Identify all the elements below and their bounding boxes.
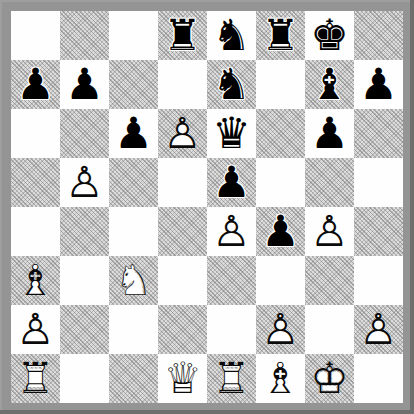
piece-outline-layer: ♙	[354, 305, 403, 354]
piece-outline-layer: ♗	[11, 256, 60, 305]
square-h6[interactable]	[354, 109, 403, 158]
piece-white-bishop: ♝♗	[256, 354, 305, 403]
square-f3[interactable]	[256, 256, 305, 305]
piece-white-rook: ♜♖	[207, 354, 256, 403]
square-g1[interactable]: ♚♔	[305, 354, 354, 403]
square-a1[interactable]: ♜♖	[11, 354, 60, 403]
square-a3[interactable]: ♝♗	[11, 256, 60, 305]
square-b2[interactable]	[60, 305, 109, 354]
piece-black-bishop: ♝	[305, 60, 354, 109]
square-a4[interactable]	[11, 207, 60, 256]
piece-fill-layer: ♟	[60, 158, 109, 207]
square-b5[interactable]: ♟♙	[60, 158, 109, 207]
piece-fill-layer: ♟	[354, 305, 403, 354]
piece-black-pawn: ♟	[256, 207, 305, 256]
square-e1[interactable]: ♜♖	[207, 354, 256, 403]
square-f2[interactable]: ♟♙	[256, 305, 305, 354]
square-c4[interactable]	[109, 207, 158, 256]
piece-black-knight: ♞	[207, 11, 256, 60]
square-h2[interactable]: ♟♙	[354, 305, 403, 354]
piece-black-knight: ♞	[207, 60, 256, 109]
square-g5[interactable]	[305, 158, 354, 207]
square-g4[interactable]: ♟♙	[305, 207, 354, 256]
piece-fill-layer: ♜	[207, 354, 256, 403]
square-c7[interactable]	[109, 60, 158, 109]
square-a2[interactable]: ♟♙	[11, 305, 60, 354]
square-b8[interactable]	[60, 11, 109, 60]
square-d4[interactable]	[158, 207, 207, 256]
piece-white-queen: ♛♕	[158, 354, 207, 403]
board-frame: ♜♞♜♚♟♟♞♝♟♟♟♙♛♟♟♙♟♟♙♟♟♙♝♗♞♘♟♙♟♙♟♙♜♖♛♕♜♖♝♗…	[0, 0, 414, 414]
chess-board: ♜♞♜♚♟♟♞♝♟♟♟♙♛♟♟♙♟♟♙♟♟♙♝♗♞♘♟♙♟♙♟♙♜♖♛♕♜♖♝♗…	[11, 11, 403, 403]
piece-white-pawn: ♟♙	[305, 207, 354, 256]
piece-outline-layer: ♔	[305, 354, 354, 403]
square-b1[interactable]	[60, 354, 109, 403]
piece-white-pawn: ♟♙	[158, 109, 207, 158]
piece-fill-layer: ♟	[256, 305, 305, 354]
square-h8[interactable]	[354, 11, 403, 60]
square-f7[interactable]	[256, 60, 305, 109]
piece-black-rook: ♜	[158, 11, 207, 60]
piece-black-king: ♚	[305, 11, 354, 60]
piece-fill-layer: ♟	[305, 207, 354, 256]
square-b7[interactable]: ♟	[60, 60, 109, 109]
square-e6[interactable]: ♛	[207, 109, 256, 158]
piece-white-pawn: ♟♙	[207, 207, 256, 256]
square-d2[interactable]	[158, 305, 207, 354]
square-f4[interactable]: ♟	[256, 207, 305, 256]
square-d3[interactable]	[158, 256, 207, 305]
piece-white-pawn: ♟♙	[354, 305, 403, 354]
square-b4[interactable]	[60, 207, 109, 256]
square-a6[interactable]	[11, 109, 60, 158]
square-c3[interactable]: ♞♘	[109, 256, 158, 305]
square-e2[interactable]	[207, 305, 256, 354]
square-d1[interactable]: ♛♕	[158, 354, 207, 403]
piece-outline-layer: ♖	[207, 354, 256, 403]
piece-outline-layer: ♙	[11, 305, 60, 354]
square-f8[interactable]: ♜	[256, 11, 305, 60]
piece-black-pawn: ♟	[207, 158, 256, 207]
square-c6[interactable]: ♟	[109, 109, 158, 158]
square-e7[interactable]: ♞	[207, 60, 256, 109]
piece-outline-layer: ♙	[60, 158, 109, 207]
square-g8[interactable]: ♚	[305, 11, 354, 60]
piece-outline-layer: ♕	[158, 354, 207, 403]
piece-outline-layer: ♙	[256, 305, 305, 354]
square-b3[interactable]	[60, 256, 109, 305]
piece-outline-layer: ♙	[305, 207, 354, 256]
piece-black-pawn: ♟	[60, 60, 109, 109]
square-g6[interactable]: ♟	[305, 109, 354, 158]
square-g7[interactable]: ♝	[305, 60, 354, 109]
piece-black-pawn: ♟	[11, 60, 60, 109]
square-e8[interactable]: ♞	[207, 11, 256, 60]
piece-fill-layer: ♛	[158, 354, 207, 403]
piece-black-pawn: ♟	[305, 109, 354, 158]
square-a8[interactable]	[11, 11, 60, 60]
piece-white-pawn: ♟♙	[11, 305, 60, 354]
piece-outline-layer: ♘	[109, 256, 158, 305]
square-g2[interactable]	[305, 305, 354, 354]
piece-black-pawn: ♟	[354, 60, 403, 109]
square-h5[interactable]	[354, 158, 403, 207]
square-e3[interactable]	[207, 256, 256, 305]
square-d5[interactable]	[158, 158, 207, 207]
square-a5[interactable]	[11, 158, 60, 207]
piece-white-rook: ♜♖	[11, 354, 60, 403]
square-h4[interactable]	[354, 207, 403, 256]
square-h7[interactable]: ♟	[354, 60, 403, 109]
piece-outline-layer: ♙	[158, 109, 207, 158]
piece-white-pawn: ♟♙	[60, 158, 109, 207]
piece-fill-layer: ♜	[11, 354, 60, 403]
square-c8[interactable]	[109, 11, 158, 60]
piece-black-rook: ♜	[256, 11, 305, 60]
piece-white-bishop: ♝♗	[11, 256, 60, 305]
square-c1[interactable]	[109, 354, 158, 403]
piece-fill-layer: ♝	[11, 256, 60, 305]
square-d7[interactable]	[158, 60, 207, 109]
square-h1[interactable]	[354, 354, 403, 403]
piece-white-knight: ♞♘	[109, 256, 158, 305]
piece-fill-layer: ♟	[207, 207, 256, 256]
square-a7[interactable]: ♟	[11, 60, 60, 109]
piece-black-queen: ♛	[207, 109, 256, 158]
square-f1[interactable]: ♝♗	[256, 354, 305, 403]
piece-outline-layer: ♗	[256, 354, 305, 403]
piece-white-pawn: ♟♙	[256, 305, 305, 354]
piece-fill-layer: ♝	[256, 354, 305, 403]
square-c2[interactable]	[109, 305, 158, 354]
piece-fill-layer: ♟	[11, 305, 60, 354]
piece-fill-layer: ♞	[109, 256, 158, 305]
square-b6[interactable]	[60, 109, 109, 158]
square-f6[interactable]	[256, 109, 305, 158]
piece-outline-layer: ♖	[11, 354, 60, 403]
square-f5[interactable]	[256, 158, 305, 207]
piece-outline-layer: ♙	[207, 207, 256, 256]
square-e4[interactable]: ♟♙	[207, 207, 256, 256]
square-e5[interactable]: ♟	[207, 158, 256, 207]
square-g3[interactable]	[305, 256, 354, 305]
square-d6[interactable]: ♟♙	[158, 109, 207, 158]
piece-fill-layer: ♚	[305, 354, 354, 403]
piece-white-king: ♚♔	[305, 354, 354, 403]
piece-fill-layer: ♟	[158, 109, 207, 158]
square-c5[interactable]	[109, 158, 158, 207]
piece-black-pawn: ♟	[109, 109, 158, 158]
square-d8[interactable]: ♜	[158, 11, 207, 60]
square-h3[interactable]	[354, 256, 403, 305]
